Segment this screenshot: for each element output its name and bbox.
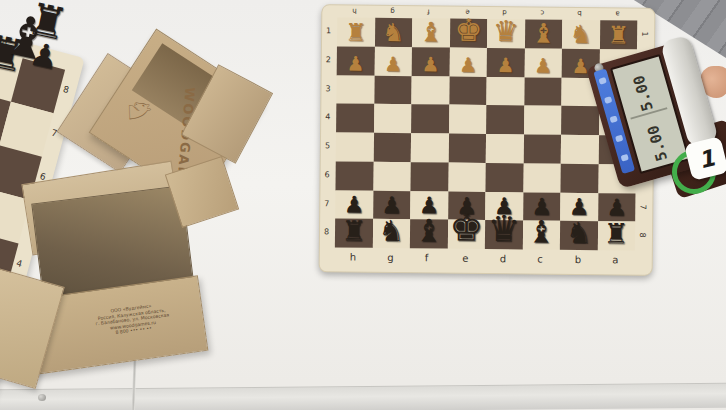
- rank-label-right: 1: [640, 32, 649, 37]
- piece-black-knight[interactable]: ♞: [378, 217, 404, 246]
- square-e3[interactable]: [449, 76, 487, 105]
- square-f6[interactable]: [410, 162, 448, 191]
- main-board-pieces: ♜♞♝♚♛♝♞♜♟♟♟♟♟♟♟♟♟♟♟♟♟♟♟♟♜♞♝♚♛♝♞♜: [322, 5, 654, 8]
- piece-white-knight[interactable]: ♞: [570, 22, 593, 47]
- piece-black-bishop[interactable]: ♝: [527, 216, 555, 247]
- clock-time-right: 5.00: [642, 119, 672, 168]
- rank-label-left: 2: [326, 55, 331, 64]
- file-label-top: g: [390, 7, 395, 15]
- piece-white-queen[interactable]: ♛: [493, 17, 519, 46]
- piece-black-pawn[interactable]: ♟: [344, 194, 365, 217]
- square-b6[interactable]: [560, 164, 598, 193]
- piece-black-knight[interactable]: ♞: [566, 219, 592, 248]
- piece-black-pawn[interactable]: ♟: [606, 197, 627, 220]
- left-board-rank-label: 8: [58, 83, 74, 96]
- rank-label-left: 5: [325, 141, 330, 150]
- piece-white-bishop[interactable]: ♝: [531, 19, 556, 46]
- piece-white-pawn[interactable]: ♟: [496, 55, 514, 75]
- table-front-edge: [0, 383, 726, 410]
- square-h5[interactable]: [336, 132, 374, 161]
- clock-button[interactable]: [610, 115, 618, 123]
- square-f3[interactable]: [411, 76, 449, 105]
- square-c6[interactable]: [523, 163, 561, 192]
- piece-white-pawn[interactable]: ♟: [459, 54, 477, 74]
- square-c4[interactable]: [524, 106, 562, 135]
- main-board-coordinates: 1122334455667788hhggffeeddccbbaa: [322, 5, 654, 8]
- file-label-bottom: a: [612, 254, 618, 265]
- table-screw: [38, 394, 46, 401]
- piece-white-pawn[interactable]: ♟: [534, 55, 552, 75]
- square-h6[interactable]: [335, 161, 373, 190]
- piece-black-king[interactable]: ♚: [449, 209, 483, 247]
- rank-label-left: 8: [324, 228, 329, 237]
- box-address-text: ООО «Вудгеймс»Россия, Калужская область,…: [71, 299, 194, 341]
- piece-white-rook[interactable]: ♜: [345, 20, 367, 44]
- piece-black-queen[interactable]: ♛: [487, 211, 520, 247]
- file-label-bottom: e: [462, 253, 468, 264]
- file-label-top: f: [427, 7, 430, 15]
- piece-white-knight[interactable]: ♞: [382, 20, 405, 45]
- square-e6[interactable]: [448, 162, 486, 191]
- square-c3[interactable]: [524, 77, 562, 106]
- square-f4[interactable]: [411, 104, 449, 133]
- rank-label-left: 7: [324, 199, 329, 208]
- clock-button[interactable]: [621, 154, 629, 162]
- file-label-bottom: g: [387, 252, 393, 263]
- knight-logo-icon: ♘: [124, 97, 155, 125]
- rank-label-left: 4: [325, 113, 330, 122]
- piece-black-rook[interactable]: ♜: [604, 220, 629, 248]
- file-label-top: a: [615, 9, 619, 17]
- file-label-bottom: c: [537, 254, 543, 265]
- square-e5[interactable]: [448, 134, 486, 163]
- rank-label-right: 8: [638, 233, 647, 238]
- square-g4[interactable]: [374, 104, 412, 133]
- square-h4[interactable]: [336, 104, 374, 133]
- file-label-top: h: [352, 7, 357, 15]
- square-g5[interactable]: [373, 133, 411, 162]
- piece-white-pawn[interactable]: ♟: [346, 53, 364, 73]
- piece-white-pawn[interactable]: ♟: [384, 53, 402, 73]
- square-e4[interactable]: [449, 105, 487, 134]
- main-board-squares: [322, 5, 654, 8]
- square-h3[interactable]: [336, 75, 374, 104]
- square-b5[interactable]: [561, 135, 599, 164]
- piece-box-lower: ООО «Вудгеймс»Россия, Калужская область,…: [0, 176, 236, 376]
- square-g6[interactable]: [373, 162, 411, 191]
- square-d4[interactable]: [486, 105, 524, 134]
- rank-label-left: 1: [326, 26, 331, 35]
- rank-label-left: 3: [325, 84, 330, 93]
- square-d5[interactable]: [486, 134, 524, 163]
- piece-white-rook[interactable]: ♜: [607, 23, 629, 47]
- piece-white-king[interactable]: ♚: [454, 14, 482, 45]
- clock-button[interactable]: [604, 96, 612, 104]
- piece-white-pawn[interactable]: ♟: [421, 54, 439, 74]
- file-label-bottom: f: [425, 252, 429, 263]
- file-label-top: c: [540, 9, 544, 17]
- square-f5[interactable]: [411, 133, 449, 162]
- file-label-bottom: d: [500, 253, 506, 264]
- square-d6[interactable]: [485, 163, 523, 192]
- clock-button[interactable]: [615, 135, 623, 143]
- file-label-bottom: b: [575, 254, 581, 265]
- rank-label-left: 6: [325, 170, 330, 179]
- piece-white-bishop[interactable]: ♝: [419, 18, 444, 45]
- piece-black-bishop[interactable]: ♝: [415, 215, 443, 246]
- square-d3[interactable]: [486, 76, 524, 105]
- tournament-table-photo: 876543ba ♜♝♜♟ ♘ WOODGAMES шахматы и нард…: [0, 0, 726, 410]
- square-c5[interactable]: [523, 134, 561, 163]
- square-g3[interactable]: [374, 75, 412, 104]
- clock-button[interactable]: [598, 77, 606, 85]
- file-label-top: b: [577, 9, 582, 17]
- rank-label-right: 7: [638, 204, 647, 209]
- file-label-bottom: h: [350, 252, 356, 263]
- piece-black-rook[interactable]: ♜: [341, 217, 366, 245]
